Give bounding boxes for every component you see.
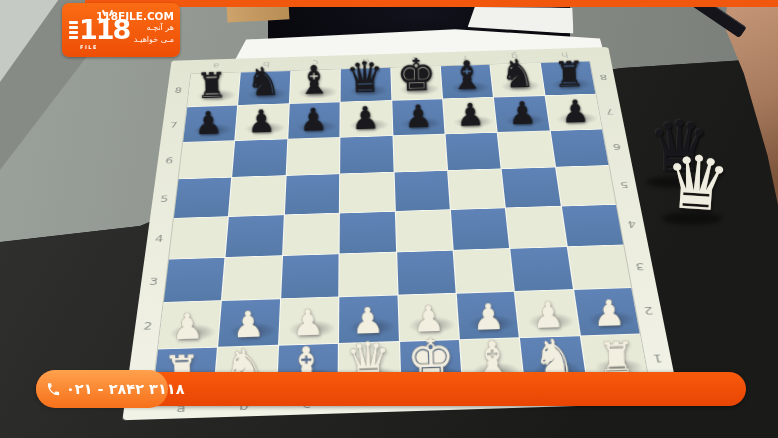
phone-bar: ۰۲۱ - ۲۸۴۲ ۳۱۱۸ — [36, 372, 746, 406]
square-c6[interactable] — [286, 138, 339, 176]
phone-icon — [46, 382, 61, 397]
square-h6[interactable] — [550, 129, 608, 167]
tagline-line1: هر آنچـه — [147, 22, 174, 34]
square-c3[interactable] — [281, 254, 339, 298]
square-d7[interactable]: ♟ — [340, 101, 392, 137]
tagline-line2: مـی خواهیـد — [134, 34, 174, 46]
piece-black-rook[interactable]: ♜ — [553, 57, 586, 93]
piece-black-pawn[interactable]: ♟ — [561, 95, 590, 127]
square-b7[interactable]: ♟ — [236, 104, 289, 140]
square-b4[interactable] — [226, 215, 284, 257]
square-h3[interactable] — [567, 245, 631, 289]
square-a2[interactable]: ♟ — [158, 301, 221, 348]
piece-white-pawn[interactable]: ♟ — [171, 308, 204, 345]
square-a6[interactable] — [179, 141, 235, 179]
piece-black-bishop[interactable]: ♝ — [449, 56, 485, 96]
piece-black-knight[interactable]: ♞ — [245, 63, 281, 103]
board-grid: ♜♞♝♛♚♝♞♜♟♟♟♟♟♟♟♟♟♟♟♟♟♟♟♟♜♞♝♛♚♝♞♜ — [151, 61, 650, 398]
logo-file-label: FILE — [80, 44, 98, 50]
logo-118file[interactable]: 118 FILE 118FILE.COM هر آنچـه مـی خواهیـ… — [62, 3, 180, 57]
square-b3[interactable] — [222, 256, 281, 300]
square-c8[interactable]: ♝ — [290, 69, 340, 103]
square-h7[interactable]: ♟ — [545, 95, 602, 131]
square-c7[interactable]: ♟ — [288, 103, 340, 139]
square-d4[interactable] — [340, 211, 396, 253]
piece-black-queen[interactable]: ♛ — [345, 56, 384, 100]
piece-black-king[interactable]: ♚ — [396, 52, 437, 97]
piece-black-pawn[interactable]: ♟ — [194, 107, 223, 139]
phone-number: ۰۲۱ - ۲۸۴۲ ۳۱۱۸ — [66, 381, 185, 397]
square-c4[interactable] — [283, 213, 339, 255]
square-g4[interactable] — [506, 206, 566, 248]
square-e3[interactable] — [397, 251, 456, 295]
square-g3[interactable] — [511, 247, 573, 291]
square-h4[interactable] — [561, 204, 623, 246]
square-h5[interactable] — [556, 166, 616, 206]
piece-white-pawn[interactable]: ♟ — [532, 296, 565, 333]
square-f5[interactable] — [448, 169, 505, 209]
piece-black-pawn[interactable]: ♟ — [299, 103, 328, 135]
square-a7[interactable]: ♟ — [183, 106, 237, 142]
square-d3[interactable] — [339, 252, 396, 296]
piece-black-bishop[interactable]: ♝ — [296, 61, 332, 101]
video-frame: abcdefgh abcdefgh 87654321 87654321 ♜♞♝♛… — [0, 0, 778, 438]
square-b8[interactable]: ♞ — [238, 71, 290, 105]
square-h8[interactable]: ♜ — [540, 62, 595, 96]
square-b5[interactable] — [229, 176, 285, 216]
piece-black-knight[interactable]: ♞ — [500, 55, 536, 95]
piece-black-rook[interactable]: ♜ — [196, 68, 229, 104]
square-f7[interactable]: ♟ — [443, 98, 497, 134]
square-g6[interactable] — [498, 131, 555, 169]
logo-118-icon: 118 FILE — [68, 7, 96, 53]
square-e5[interactable] — [394, 171, 450, 211]
square-a5[interactable] — [174, 178, 232, 218]
chessboard-border: abcdefgh abcdefgh 87654321 87654321 ♜♞♝♛… — [122, 47, 680, 420]
piece-black-pawn[interactable]: ♟ — [247, 105, 276, 137]
square-b6[interactable] — [233, 139, 288, 177]
square-e4[interactable] — [395, 210, 452, 252]
square-f8[interactable]: ♝ — [441, 65, 493, 99]
piece-black-pawn[interactable]: ♟ — [351, 102, 380, 134]
spare-white-queen[interactable]: ♛ — [661, 144, 732, 222]
square-g5[interactable] — [502, 168, 560, 208]
square-f4[interactable] — [451, 208, 510, 250]
top-banner-strip — [85, 0, 778, 7]
piece-white-pawn[interactable]: ♟ — [472, 298, 505, 335]
piece-black-pawn[interactable]: ♟ — [404, 100, 433, 132]
square-d6[interactable] — [340, 136, 393, 174]
square-f3[interactable] — [454, 249, 514, 293]
square-a4[interactable] — [169, 217, 228, 259]
square-g7[interactable]: ♟ — [494, 96, 549, 132]
square-f6[interactable] — [445, 133, 500, 171]
square-h2[interactable]: ♟ — [574, 288, 640, 335]
square-c5[interactable] — [285, 174, 340, 214]
square-e6[interactable] — [393, 134, 447, 172]
square-e7[interactable]: ♟ — [392, 99, 445, 135]
square-a8[interactable]: ♜ — [187, 73, 240, 107]
piece-white-pawn[interactable]: ♟ — [592, 294, 625, 331]
square-d8[interactable]: ♛ — [341, 68, 391, 102]
piece-black-pawn[interactable]: ♟ — [508, 97, 537, 129]
piece-white-pawn[interactable]: ♟ — [291, 304, 324, 341]
phone-pill: ۰۲۱ - ۲۸۴۲ ۳۱۱۸ — [36, 370, 168, 408]
square-e8[interactable]: ♚ — [391, 66, 442, 100]
square-a3[interactable] — [164, 258, 225, 302]
piece-black-pawn[interactable]: ♟ — [456, 99, 485, 131]
logo-number: 118 — [79, 14, 129, 45]
square-d5[interactable] — [340, 173, 394, 213]
square-g8[interactable]: ♞ — [491, 63, 545, 97]
piece-white-pawn[interactable]: ♟ — [231, 306, 264, 343]
